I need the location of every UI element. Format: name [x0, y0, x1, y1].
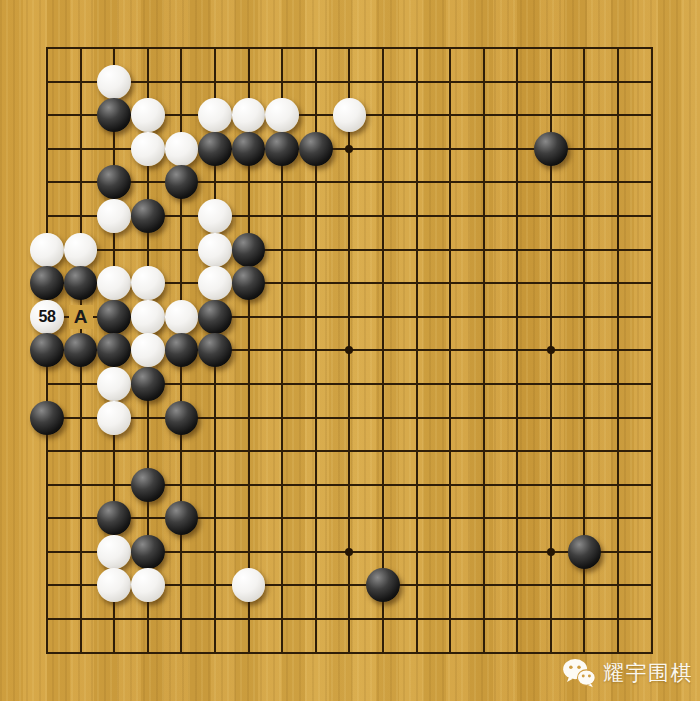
board-point[interactable] [366, 266, 400, 300]
board-point[interactable] [534, 602, 568, 636]
board-point[interactable] [601, 468, 635, 502]
board-point[interactable] [165, 535, 199, 569]
board-point[interactable]: 58 [30, 300, 64, 334]
board-point[interactable] [333, 98, 367, 132]
board-point[interactable] [568, 502, 602, 536]
board-point[interactable] [30, 602, 64, 636]
board-point[interactable] [165, 401, 199, 435]
board-point[interactable] [366, 31, 400, 65]
board-point[interactable] [30, 65, 64, 99]
board-point[interactable] [198, 266, 232, 300]
board-point[interactable] [601, 367, 635, 401]
board-point[interactable] [467, 31, 501, 65]
board-point[interactable] [433, 535, 467, 569]
board-point[interactable] [400, 31, 434, 65]
board-point[interactable] [265, 132, 299, 166]
board-point[interactable] [366, 401, 400, 435]
board-point[interactable] [601, 31, 635, 65]
board-point[interactable] [30, 401, 64, 435]
board-point[interactable] [467, 636, 501, 670]
board-point[interactable] [30, 334, 64, 368]
board-point[interactable] [467, 401, 501, 435]
board-point[interactable] [97, 266, 131, 300]
board-point[interactable] [467, 98, 501, 132]
board-point[interactable] [131, 535, 165, 569]
board-point[interactable] [299, 502, 333, 536]
board-point[interactable] [568, 166, 602, 200]
board-point[interactable] [198, 233, 232, 267]
board-point[interactable] [467, 367, 501, 401]
board-point[interactable] [30, 233, 64, 267]
board-point[interactable] [165, 434, 199, 468]
board-point[interactable] [501, 468, 535, 502]
board-point[interactable] [97, 199, 131, 233]
board-point[interactable] [299, 233, 333, 267]
board-point[interactable] [601, 233, 635, 267]
board-point[interactable] [131, 199, 165, 233]
board-point[interactable] [299, 401, 333, 435]
board-point[interactable] [333, 602, 367, 636]
board-point[interactable] [433, 166, 467, 200]
board-point[interactable] [198, 199, 232, 233]
board-point[interactable] [433, 502, 467, 536]
board-point[interactable] [198, 166, 232, 200]
board-point[interactable] [568, 569, 602, 603]
board-point[interactable] [635, 367, 669, 401]
board-point[interactable] [568, 266, 602, 300]
board-point[interactable] [501, 367, 535, 401]
board-point[interactable] [64, 367, 98, 401]
board-point[interactable] [30, 98, 64, 132]
board-point[interactable] [97, 132, 131, 166]
board-point[interactable] [97, 636, 131, 670]
board-point[interactable] [433, 434, 467, 468]
board-point[interactable] [501, 233, 535, 267]
board-point[interactable] [501, 98, 535, 132]
board-point[interactable] [601, 266, 635, 300]
board-point[interactable] [131, 434, 165, 468]
board-point[interactable] [232, 434, 266, 468]
board-point[interactable] [534, 166, 568, 200]
board-point[interactable] [400, 636, 434, 670]
board-point[interactable] [635, 569, 669, 603]
board-point[interactable] [299, 132, 333, 166]
board-point[interactable] [635, 502, 669, 536]
board-point[interactable] [64, 233, 98, 267]
board-point[interactable] [366, 65, 400, 99]
board-point[interactable] [198, 502, 232, 536]
board-point[interactable] [64, 31, 98, 65]
board-point[interactable] [366, 233, 400, 267]
board-point[interactable] [333, 401, 367, 435]
board-point[interactable] [165, 65, 199, 99]
board-point[interactable] [30, 535, 64, 569]
board-point[interactable] [501, 434, 535, 468]
board-point[interactable] [601, 300, 635, 334]
board-point[interactable] [568, 434, 602, 468]
board-point[interactable] [467, 535, 501, 569]
board-point[interactable] [333, 636, 367, 670]
board-point[interactable] [265, 535, 299, 569]
board-point[interactable] [64, 401, 98, 435]
board-point[interactable] [198, 569, 232, 603]
board-point[interactable] [265, 98, 299, 132]
board-point[interactable] [131, 31, 165, 65]
board-point[interactable] [131, 300, 165, 334]
board-point[interactable] [366, 569, 400, 603]
board-point[interactable] [131, 166, 165, 200]
board-point[interactable] [467, 569, 501, 603]
board-point[interactable] [467, 468, 501, 502]
board-point[interactable] [232, 166, 266, 200]
board-point[interactable] [131, 233, 165, 267]
board-point[interactable] [232, 199, 266, 233]
board-point[interactable] [165, 569, 199, 603]
board-point[interactable] [265, 434, 299, 468]
board-point[interactable] [299, 266, 333, 300]
board-point[interactable] [165, 334, 199, 368]
board-point[interactable] [30, 199, 64, 233]
board-point[interactable] [232, 132, 266, 166]
board-point[interactable] [198, 401, 232, 435]
board-point[interactable] [534, 434, 568, 468]
board-point[interactable] [400, 569, 434, 603]
board-point[interactable] [232, 65, 266, 99]
board-point[interactable] [299, 98, 333, 132]
board-point[interactable] [333, 132, 367, 166]
board-point[interactable] [30, 468, 64, 502]
board-point[interactable] [366, 636, 400, 670]
board-point[interactable] [366, 602, 400, 636]
board-point[interactable] [534, 132, 568, 166]
board-point[interactable] [501, 199, 535, 233]
board-point[interactable] [97, 434, 131, 468]
board-point[interactable] [30, 569, 64, 603]
board-point[interactable] [501, 602, 535, 636]
board-point[interactable] [232, 300, 266, 334]
board-point[interactable] [165, 502, 199, 536]
board-point[interactable] [333, 266, 367, 300]
board-point[interactable] [97, 65, 131, 99]
board-point[interactable] [568, 31, 602, 65]
board-point[interactable] [400, 266, 434, 300]
board-point[interactable] [198, 31, 232, 65]
board-point[interactable] [433, 468, 467, 502]
board-point[interactable] [64, 334, 98, 368]
board-point[interactable] [333, 569, 367, 603]
board-point[interactable] [64, 636, 98, 670]
board-point[interactable] [232, 535, 266, 569]
board-point[interactable] [635, 199, 669, 233]
board-point[interactable] [635, 434, 669, 468]
board-point[interactable] [501, 31, 535, 65]
board-point[interactable] [433, 31, 467, 65]
board-point[interactable] [30, 266, 64, 300]
board-point[interactable] [97, 300, 131, 334]
board-point[interactable] [635, 602, 669, 636]
board-point[interactable] [97, 401, 131, 435]
board-point[interactable] [198, 535, 232, 569]
board-point[interactable] [97, 166, 131, 200]
board-point[interactable] [467, 602, 501, 636]
board-point[interactable] [232, 98, 266, 132]
board-point[interactable] [501, 65, 535, 99]
board-point[interactable] [366, 367, 400, 401]
board-point[interactable] [333, 233, 367, 267]
board-point[interactable] [131, 502, 165, 536]
board-point[interactable] [433, 65, 467, 99]
board-point[interactable] [433, 266, 467, 300]
board-point[interactable] [131, 132, 165, 166]
board-point[interactable] [299, 166, 333, 200]
board-point[interactable] [333, 468, 367, 502]
board-point[interactable] [265, 31, 299, 65]
board-point[interactable] [30, 31, 64, 65]
board-point[interactable] [97, 468, 131, 502]
board-point[interactable] [265, 367, 299, 401]
board-point[interactable] [534, 334, 568, 368]
board-point[interactable] [64, 502, 98, 536]
board-point[interactable] [467, 334, 501, 368]
board-point[interactable] [501, 535, 535, 569]
board-point[interactable] [232, 602, 266, 636]
board-point[interactable] [165, 98, 199, 132]
board-point[interactable] [165, 266, 199, 300]
board-point[interactable] [232, 266, 266, 300]
board-point[interactable] [501, 300, 535, 334]
board-point[interactable] [601, 65, 635, 99]
board-point[interactable] [534, 266, 568, 300]
board-point[interactable] [568, 401, 602, 435]
board-point[interactable] [534, 468, 568, 502]
board-point[interactable] [131, 334, 165, 368]
board-point[interactable] [64, 602, 98, 636]
board-point[interactable] [601, 535, 635, 569]
board-point[interactable] [198, 602, 232, 636]
board-point[interactable] [333, 334, 367, 368]
board-point[interactable] [64, 569, 98, 603]
board-point[interactable] [635, 132, 669, 166]
board-point[interactable] [265, 602, 299, 636]
board-point[interactable] [299, 468, 333, 502]
board-point[interactable] [635, 300, 669, 334]
board-point[interactable] [433, 636, 467, 670]
board-point[interactable] [333, 166, 367, 200]
board-point[interactable] [400, 65, 434, 99]
board-point[interactable] [30, 367, 64, 401]
board-point[interactable] [601, 199, 635, 233]
board-point[interactable] [165, 367, 199, 401]
board-point[interactable] [635, 535, 669, 569]
board-point[interactable] [131, 367, 165, 401]
board-point[interactable] [64, 266, 98, 300]
board-point[interactable] [299, 31, 333, 65]
board-point[interactable] [232, 502, 266, 536]
board-point[interactable] [232, 334, 266, 368]
board-point[interactable] [265, 636, 299, 670]
board-point[interactable] [299, 434, 333, 468]
board-point[interactable] [299, 300, 333, 334]
board-point[interactable] [400, 602, 434, 636]
board-point[interactable] [400, 132, 434, 166]
board-point[interactable] [265, 468, 299, 502]
board-point[interactable] [265, 300, 299, 334]
board-point[interactable] [568, 602, 602, 636]
board-point[interactable] [534, 31, 568, 65]
board-point[interactable] [601, 502, 635, 536]
board-point[interactable] [366, 535, 400, 569]
board-point[interactable]: A [64, 300, 98, 334]
board-point[interactable] [433, 132, 467, 166]
board-point[interactable] [198, 65, 232, 99]
board-point[interactable] [64, 166, 98, 200]
board-point[interactable] [433, 602, 467, 636]
board-point[interactable] [30, 132, 64, 166]
board-point[interactable] [400, 233, 434, 267]
board-point[interactable] [501, 569, 535, 603]
board-point[interactable] [467, 266, 501, 300]
board-point[interactable] [131, 65, 165, 99]
board-point[interactable] [165, 636, 199, 670]
board-point[interactable] [131, 602, 165, 636]
board-point[interactable] [400, 98, 434, 132]
board-point[interactable] [635, 31, 669, 65]
board-point[interactable] [165, 468, 199, 502]
board-point[interactable] [534, 233, 568, 267]
board-point[interactable] [534, 535, 568, 569]
board-point[interactable] [232, 468, 266, 502]
board-point[interactable] [165, 31, 199, 65]
board-point[interactable] [299, 367, 333, 401]
board-point[interactable] [232, 31, 266, 65]
board-point[interactable] [400, 199, 434, 233]
board-point[interactable] [568, 233, 602, 267]
board-point[interactable] [97, 31, 131, 65]
board-point[interactable] [366, 132, 400, 166]
board-point[interactable] [635, 468, 669, 502]
board-point[interactable] [165, 132, 199, 166]
board-point[interactable] [165, 602, 199, 636]
board-point[interactable] [97, 602, 131, 636]
board-point[interactable] [433, 367, 467, 401]
board-point[interactable] [366, 300, 400, 334]
board-point[interactable] [501, 636, 535, 670]
board-point[interactable] [467, 132, 501, 166]
board-point[interactable] [165, 166, 199, 200]
board-point[interactable] [635, 166, 669, 200]
board-point[interactable] [97, 367, 131, 401]
board-point[interactable] [198, 132, 232, 166]
board-point[interactable] [232, 233, 266, 267]
board-point[interactable] [265, 65, 299, 99]
board-point[interactable] [400, 334, 434, 368]
board-point[interactable] [333, 300, 367, 334]
board-point[interactable] [601, 569, 635, 603]
board-point[interactable] [333, 434, 367, 468]
board-point[interactable] [97, 334, 131, 368]
board-point[interactable] [568, 199, 602, 233]
board-point[interactable] [433, 401, 467, 435]
board-point[interactable] [97, 502, 131, 536]
board-point[interactable] [501, 266, 535, 300]
board-point[interactable] [299, 535, 333, 569]
board-point[interactable] [333, 535, 367, 569]
board-point[interactable] [601, 334, 635, 368]
board-point[interactable] [198, 434, 232, 468]
board-point[interactable] [568, 98, 602, 132]
board-point[interactable] [366, 98, 400, 132]
board-point[interactable] [568, 65, 602, 99]
board-point[interactable] [366, 502, 400, 536]
board-point[interactable] [400, 468, 434, 502]
board-point[interactable] [467, 434, 501, 468]
board-point[interactable] [467, 300, 501, 334]
board-point[interactable] [635, 334, 669, 368]
board-point[interactable] [299, 569, 333, 603]
board-point[interactable] [568, 300, 602, 334]
board-point[interactable] [198, 98, 232, 132]
board-point[interactable] [635, 266, 669, 300]
board-point[interactable] [400, 300, 434, 334]
board-point[interactable] [366, 434, 400, 468]
board-point[interactable] [299, 199, 333, 233]
board-point[interactable] [198, 300, 232, 334]
board-point[interactable] [265, 502, 299, 536]
board-point[interactable] [333, 199, 367, 233]
board-point[interactable] [366, 334, 400, 368]
board-point[interactable] [131, 569, 165, 603]
board-point[interactable] [534, 300, 568, 334]
board-point[interactable] [64, 434, 98, 468]
board-point[interactable] [601, 166, 635, 200]
board-point[interactable] [265, 401, 299, 435]
board-point[interactable] [601, 132, 635, 166]
board-point[interactable] [64, 199, 98, 233]
board-point[interactable] [568, 535, 602, 569]
board-point[interactable] [265, 166, 299, 200]
board-point[interactable] [265, 569, 299, 603]
board-point[interactable] [400, 434, 434, 468]
board-point[interactable] [299, 636, 333, 670]
board-point[interactable] [534, 65, 568, 99]
board-point[interactable] [501, 401, 535, 435]
board-point[interactable] [232, 401, 266, 435]
board-point[interactable] [131, 401, 165, 435]
board-point[interactable] [534, 502, 568, 536]
board-point[interactable] [635, 401, 669, 435]
board-point[interactable] [232, 367, 266, 401]
board-point[interactable] [64, 132, 98, 166]
board-point[interactable] [534, 199, 568, 233]
board-point[interactable] [165, 199, 199, 233]
board-point[interactable] [534, 98, 568, 132]
board-point[interactable] [400, 502, 434, 536]
board-point[interactable] [568, 367, 602, 401]
board-point[interactable] [601, 98, 635, 132]
board-point[interactable] [333, 65, 367, 99]
board-point[interactable] [165, 233, 199, 267]
board-point[interactable] [30, 502, 64, 536]
board-point[interactable] [568, 468, 602, 502]
board-point[interactable] [30, 636, 64, 670]
board-point[interactable] [400, 401, 434, 435]
board-point[interactable] [232, 569, 266, 603]
board-point[interactable] [30, 166, 64, 200]
board-point[interactable] [232, 636, 266, 670]
board-point[interactable] [366, 199, 400, 233]
board-point[interactable] [601, 434, 635, 468]
board-point[interactable] [131, 636, 165, 670]
